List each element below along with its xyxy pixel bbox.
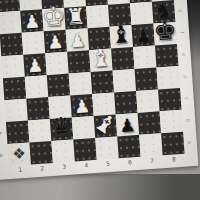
piece-black-king-h6[interactable]: ♚ — [152, 17, 177, 45]
square-b4[interactable] — [25, 75, 48, 98]
right-label-g: g — [178, 9, 183, 12]
table-shadow — [60, 174, 200, 200]
piece-white-king-c7[interactable]: ♚ — [41, 3, 66, 31]
square-h1[interactable] — [161, 132, 184, 155]
square-b1[interactable] — [29, 141, 52, 164]
square-g7[interactable] — [130, 2, 153, 25]
piece-white-pawn-d3[interactable]: ♟ — [73, 97, 90, 116]
square-d5[interactable] — [67, 50, 90, 73]
chessboard-photo: ♘ US CHESS ❖♟♚♜♟♟♟♝♟♝♝♟♚♞♛♟ 12345678 abc… — [0, 0, 200, 200]
piece-black-pawn-g6[interactable]: ♟ — [135, 27, 152, 46]
bottom-label-1: 1 — [18, 168, 22, 174]
bottom-label-5: 5 — [106, 161, 110, 167]
square-e4[interactable] — [91, 71, 114, 94]
square-a4[interactable] — [3, 77, 26, 100]
right-label-e: e — [181, 53, 186, 56]
right-label-f: f — [180, 32, 185, 34]
right-label-d: d — [183, 75, 188, 78]
bottom-label-8: 8 — [172, 157, 176, 163]
square-f4[interactable] — [113, 69, 136, 92]
square-b6[interactable] — [22, 31, 45, 54]
bottom-label-4: 4 — [84, 163, 88, 169]
square-g1[interactable] — [139, 133, 162, 156]
piece-white-pawn-b7[interactable]: ♟ — [23, 13, 40, 32]
right-label-b: b — [186, 119, 191, 122]
square-a3[interactable] — [4, 99, 27, 122]
square-d4[interactable] — [69, 72, 92, 95]
square-c4[interactable] — [47, 74, 70, 97]
square-a6[interactable] — [0, 33, 23, 56]
square-h3[interactable] — [158, 88, 181, 111]
left-label-c: c — [0, 110, 1, 113]
square-a5[interactable] — [1, 55, 24, 78]
bottom-label-2: 2 — [40, 166, 44, 172]
square-f5[interactable] — [111, 47, 134, 70]
square-f1[interactable] — [117, 135, 140, 158]
square-b2[interactable] — [28, 119, 51, 142]
right-label-a: a — [187, 141, 192, 144]
left-label-b: b — [0, 132, 3, 136]
square-g2[interactable] — [138, 111, 161, 134]
square-h4[interactable] — [156, 66, 179, 89]
square-b3[interactable] — [26, 97, 49, 120]
square-a7[interactable] — [0, 11, 22, 34]
square-f3[interactable] — [114, 91, 137, 114]
bottom-label-3: 3 — [62, 165, 66, 171]
board-squares: ❖♟♚♜♟♟♟♝♟♝♝♟♚♞♛♟ — [0, 0, 185, 166]
square-g4[interactable] — [135, 67, 158, 90]
piece-white-pawn-b5[interactable]: ♟ — [26, 56, 43, 75]
square-h2[interactable] — [160, 110, 183, 133]
square-a2[interactable] — [6, 121, 29, 144]
piece-black-pawn-f2[interactable]: ♟ — [119, 116, 136, 135]
bottom-label-6: 6 — [128, 160, 132, 166]
piece-black-queen-c2[interactable]: ♛ — [49, 113, 73, 140]
square-c5[interactable] — [45, 52, 68, 75]
piece-white-pawn-d6[interactable]: ♟ — [69, 31, 86, 50]
us-chess-corner-logo: ❖ — [12, 146, 26, 162]
piece-white-bishop-e5[interactable]: ♝ — [89, 46, 112, 71]
square-d1[interactable] — [73, 138, 96, 161]
right-label-c: c — [184, 97, 189, 100]
bottom-label-7: 7 — [150, 158, 154, 164]
square-e7[interactable] — [86, 5, 109, 28]
square-h5[interactable] — [155, 44, 178, 67]
square-g3[interactable] — [136, 89, 159, 112]
piece-white-rook-d7[interactable]: ♜ — [65, 5, 86, 28]
left-label-a: a — [0, 154, 4, 158]
square-g5[interactable] — [133, 46, 156, 69]
chess-board: ♘ US CHESS ❖♟♚♜♟♟♟♝♟♝♝♟♚♞♛♟ 12345678 abc… — [0, 0, 198, 180]
piece-black-bishop-f6[interactable]: ♝ — [110, 22, 133, 47]
square-c1[interactable] — [51, 139, 74, 162]
piece-white-pawn-c6[interactable]: ♟ — [47, 33, 64, 52]
